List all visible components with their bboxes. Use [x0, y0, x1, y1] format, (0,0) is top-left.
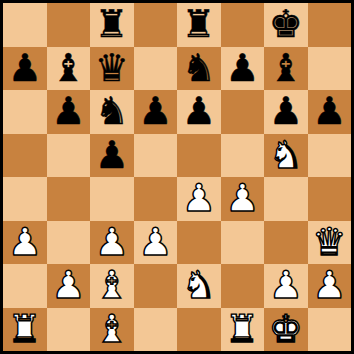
black-knight[interactable]: ♞ [95, 90, 129, 133]
square-f2[interactable] [221, 264, 265, 308]
white-knight[interactable]: ♞ [269, 134, 303, 177]
black-king[interactable]: ♚ [269, 3, 303, 46]
square-c5[interactable]: ♟ [90, 134, 134, 178]
square-b2[interactable]: ♟ [47, 264, 91, 308]
square-c1[interactable]: ♝ [90, 308, 134, 352]
black-pawn[interactable]: ♟ [138, 90, 172, 133]
square-f7[interactable]: ♟ [221, 47, 265, 91]
square-c3[interactable]: ♟ [90, 221, 134, 265]
square-e4[interactable]: ♟ [177, 177, 221, 221]
square-h5[interactable] [308, 134, 352, 178]
white-bishop[interactable]: ♝ [95, 264, 129, 307]
square-h3[interactable]: ♛ [308, 221, 352, 265]
white-pawn[interactable]: ♟ [8, 221, 42, 264]
square-b7[interactable]: ♝ [47, 47, 91, 91]
black-queen[interactable]: ♛ [95, 47, 129, 90]
square-a2[interactable] [3, 264, 47, 308]
black-pawn[interactable]: ♟ [269, 90, 303, 133]
white-pawn[interactable]: ♟ [138, 221, 172, 264]
square-h7[interactable] [308, 47, 352, 91]
square-c2[interactable]: ♝ [90, 264, 134, 308]
black-pawn[interactable]: ♟ [182, 90, 216, 133]
black-pawn[interactable]: ♟ [51, 90, 85, 133]
white-rook[interactable]: ♜ [8, 308, 42, 351]
white-queen[interactable]: ♛ [312, 221, 346, 264]
black-pawn[interactable]: ♟ [8, 47, 42, 90]
black-rook[interactable]: ♜ [182, 3, 216, 46]
square-b6[interactable]: ♟ [47, 90, 91, 134]
square-g7[interactable]: ♝ [264, 47, 308, 91]
square-f1[interactable]: ♜ [221, 308, 265, 352]
square-g4[interactable] [264, 177, 308, 221]
square-b5[interactable] [47, 134, 91, 178]
square-d8[interactable] [134, 3, 178, 47]
square-h8[interactable] [308, 3, 352, 47]
square-f5[interactable] [221, 134, 265, 178]
square-g5[interactable]: ♞ [264, 134, 308, 178]
square-a7[interactable]: ♟ [3, 47, 47, 91]
white-pawn[interactable]: ♟ [95, 221, 129, 264]
black-bishop[interactable]: ♝ [51, 47, 85, 90]
white-pawn[interactable]: ♟ [312, 264, 346, 307]
square-e1[interactable] [177, 308, 221, 352]
square-d5[interactable] [134, 134, 178, 178]
square-e7[interactable]: ♞ [177, 47, 221, 91]
square-a1[interactable]: ♜ [3, 308, 47, 352]
square-f3[interactable] [221, 221, 265, 265]
chess-board-frame: ♜♜♚♟♝♛♞♟♝♟♞♟♟♟♟♟♞♟♟♟♟♟♛♟♝♞♟♟♜♝♜♚ [0, 0, 354, 354]
square-h2[interactable]: ♟ [308, 264, 352, 308]
square-e8[interactable]: ♜ [177, 3, 221, 47]
square-e2[interactable]: ♞ [177, 264, 221, 308]
white-king[interactable]: ♚ [269, 308, 303, 351]
square-b4[interactable] [47, 177, 91, 221]
square-c8[interactable]: ♜ [90, 3, 134, 47]
square-d2[interactable] [134, 264, 178, 308]
square-d4[interactable] [134, 177, 178, 221]
square-b3[interactable] [47, 221, 91, 265]
square-g2[interactable]: ♟ [264, 264, 308, 308]
square-b1[interactable] [47, 308, 91, 352]
square-c6[interactable]: ♞ [90, 90, 134, 134]
square-g1[interactable]: ♚ [264, 308, 308, 352]
black-pawn[interactable]: ♟ [95, 134, 129, 177]
white-rook[interactable]: ♜ [225, 308, 259, 351]
square-d7[interactable] [134, 47, 178, 91]
square-a5[interactable] [3, 134, 47, 178]
black-bishop[interactable]: ♝ [269, 47, 303, 90]
black-rook[interactable]: ♜ [95, 3, 129, 46]
white-pawn[interactable]: ♟ [225, 177, 259, 220]
chess-board: ♜♜♚♟♝♛♞♟♝♟♞♟♟♟♟♟♞♟♟♟♟♟♛♟♝♞♟♟♜♝♜♚ [3, 3, 351, 351]
square-c7[interactable]: ♛ [90, 47, 134, 91]
square-g3[interactable] [264, 221, 308, 265]
black-pawn[interactable]: ♟ [225, 47, 259, 90]
white-bishop[interactable]: ♝ [95, 308, 129, 351]
square-e5[interactable] [177, 134, 221, 178]
square-a4[interactable] [3, 177, 47, 221]
black-pawn[interactable]: ♟ [312, 90, 346, 133]
black-knight[interactable]: ♞ [182, 47, 216, 90]
square-f6[interactable] [221, 90, 265, 134]
square-e6[interactable]: ♟ [177, 90, 221, 134]
square-d1[interactable] [134, 308, 178, 352]
square-d3[interactable]: ♟ [134, 221, 178, 265]
white-knight[interactable]: ♞ [182, 264, 216, 307]
square-h1[interactable] [308, 308, 352, 352]
square-h6[interactable]: ♟ [308, 90, 352, 134]
square-g8[interactable]: ♚ [264, 3, 308, 47]
square-e3[interactable] [177, 221, 221, 265]
square-a3[interactable]: ♟ [3, 221, 47, 265]
square-a8[interactable] [3, 3, 47, 47]
white-pawn[interactable]: ♟ [182, 177, 216, 220]
white-pawn[interactable]: ♟ [269, 264, 303, 307]
square-b8[interactable] [47, 3, 91, 47]
white-pawn[interactable]: ♟ [51, 264, 85, 307]
square-c4[interactable] [90, 177, 134, 221]
square-f8[interactable] [221, 3, 265, 47]
square-h4[interactable] [308, 177, 352, 221]
square-f4[interactable]: ♟ [221, 177, 265, 221]
square-d6[interactable]: ♟ [134, 90, 178, 134]
square-g6[interactable]: ♟ [264, 90, 308, 134]
square-a6[interactable] [3, 90, 47, 134]
